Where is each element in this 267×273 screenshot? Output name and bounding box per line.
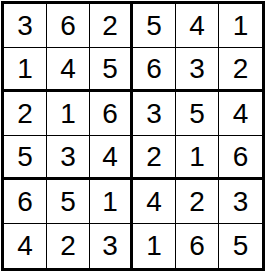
cell-r3c3[interactable]: 6 xyxy=(90,92,133,136)
cell-r2c2[interactable]: 4 xyxy=(47,48,90,92)
cell-r5c3[interactable]: 1 xyxy=(90,180,133,224)
cell-r5c4[interactable]: 4 xyxy=(133,180,176,224)
cell-r6c4[interactable]: 1 xyxy=(133,224,176,268)
cell-r6c6[interactable]: 5 xyxy=(219,224,262,268)
cell-r5c1[interactable]: 6 xyxy=(4,180,47,224)
cell-r2c5[interactable]: 3 xyxy=(176,48,219,92)
cell-r1c3[interactable]: 2 xyxy=(90,4,133,48)
cell-r3c1[interactable]: 2 xyxy=(4,92,47,136)
cell-r2c1[interactable]: 1 xyxy=(4,48,47,92)
cell-r2c4[interactable]: 6 xyxy=(133,48,176,92)
cell-r6c1[interactable]: 4 xyxy=(4,224,47,268)
cell-r4c5[interactable]: 1 xyxy=(176,136,219,180)
cell-r4c6[interactable]: 6 xyxy=(219,136,262,180)
cell-r1c4[interactable]: 5 xyxy=(133,4,176,48)
cell-r4c3[interactable]: 4 xyxy=(90,136,133,180)
cell-r1c5[interactable]: 4 xyxy=(176,4,219,48)
sudoku-board: 362541145632216354534216651423423165 xyxy=(1,1,265,271)
cell-r6c5[interactable]: 6 xyxy=(176,224,219,268)
cell-r3c2[interactable]: 1 xyxy=(47,92,90,136)
cell-r4c4[interactable]: 2 xyxy=(133,136,176,180)
cell-r1c1[interactable]: 3 xyxy=(4,4,47,48)
cell-r4c1[interactable]: 5 xyxy=(4,136,47,180)
cell-r5c5[interactable]: 2 xyxy=(176,180,219,224)
sudoku-page: 362541145632216354534216651423423165 xyxy=(0,0,267,273)
cell-r5c2[interactable]: 5 xyxy=(47,180,90,224)
cell-r5c6[interactable]: 3 xyxy=(219,180,262,224)
cell-r2c6[interactable]: 2 xyxy=(219,48,262,92)
cell-r4c2[interactable]: 3 xyxy=(47,136,90,180)
cell-r3c6[interactable]: 4 xyxy=(219,92,262,136)
cell-r6c2[interactable]: 2 xyxy=(47,224,90,268)
cell-r2c3[interactable]: 5 xyxy=(90,48,133,92)
cell-r1c6[interactable]: 1 xyxy=(219,4,262,48)
cell-r3c4[interactable]: 3 xyxy=(133,92,176,136)
cell-r3c5[interactable]: 5 xyxy=(176,92,219,136)
cell-r1c2[interactable]: 6 xyxy=(47,4,90,48)
cell-r6c3[interactable]: 3 xyxy=(90,224,133,268)
